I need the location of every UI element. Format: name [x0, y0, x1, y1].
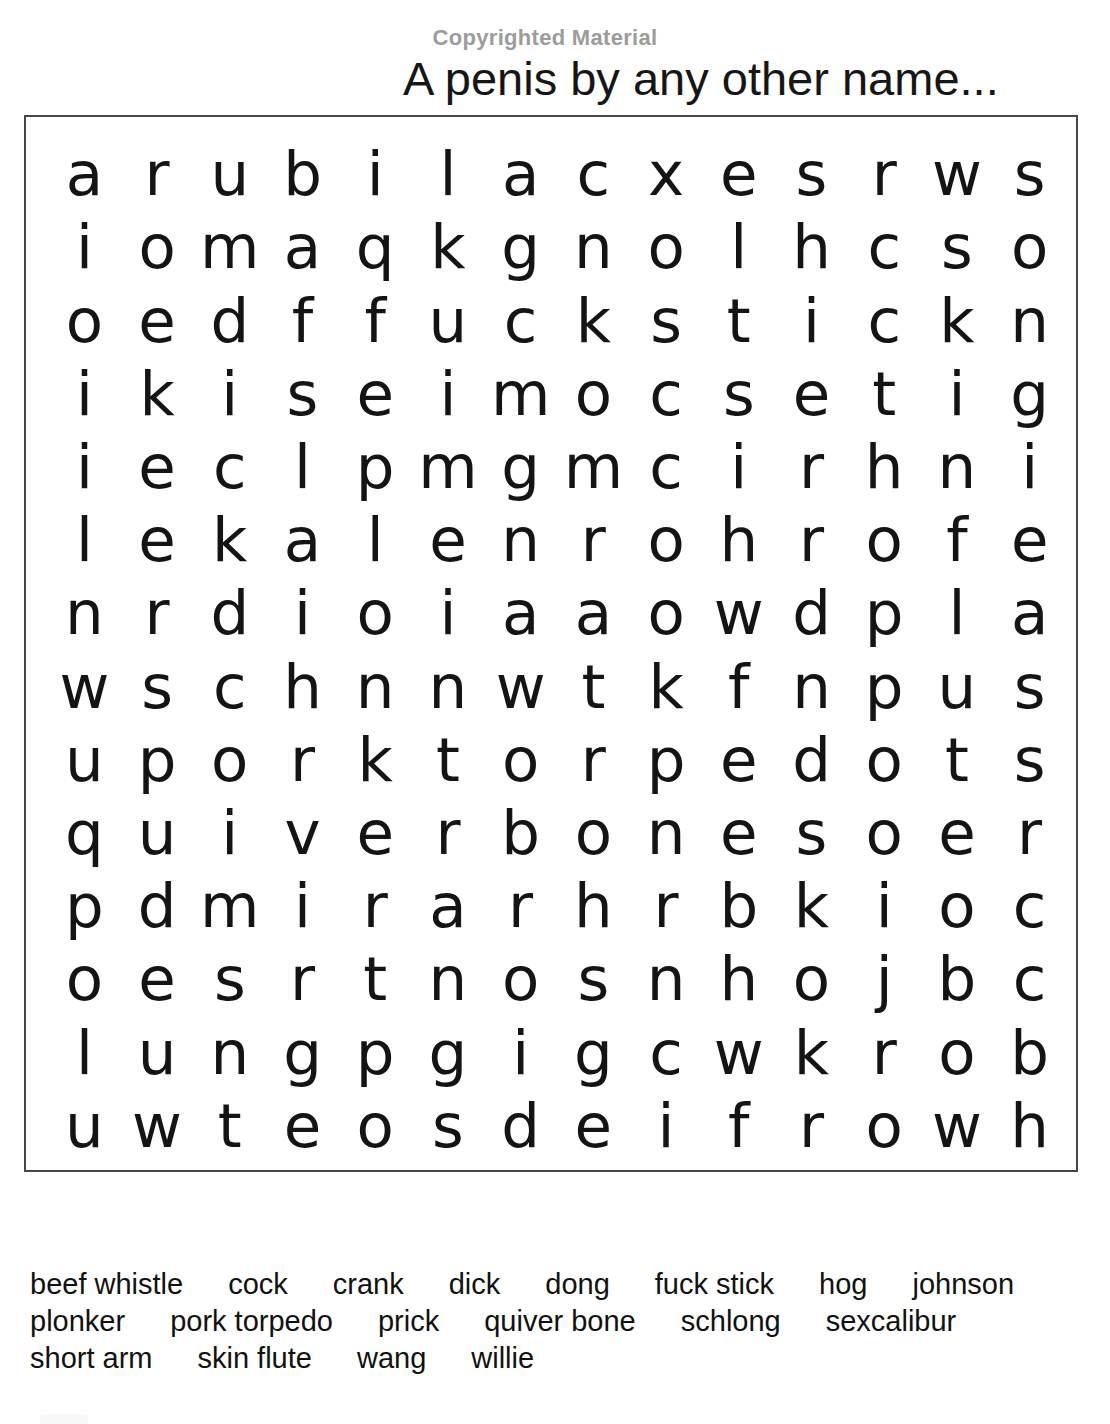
grid-cell[interactable]: s [412, 1089, 485, 1162]
scan-artifact [40, 1414, 88, 1424]
word-list-line: short armskin flutewangwillie [30, 1340, 1059, 1377]
word-list-item: fuck stick [655, 1266, 774, 1303]
grid-cell[interactable]: v [266, 796, 339, 869]
grid-cell[interactable]: g [266, 1016, 339, 1089]
grid-cell[interactable]: o [339, 576, 412, 649]
grid-cell[interactable]: g [993, 357, 1066, 430]
word-list-item: johnson [912, 1266, 1014, 1303]
grid-cell[interactable]: s [557, 942, 630, 1015]
grid-cell[interactable]: o [921, 1016, 994, 1089]
word-list-item: pork torpedo [170, 1303, 333, 1340]
grid-cell[interactable]: b [484, 796, 557, 869]
grid-cell[interactable]: l [266, 430, 339, 503]
grid-cell[interactable]: s [775, 796, 848, 869]
grid-cell[interactable]: i [921, 357, 994, 430]
grid-cell[interactable]: i [48, 210, 121, 283]
grid-cell[interactable]: c [630, 430, 703, 503]
grid-cell[interactable]: b [266, 137, 339, 210]
word-list-item: prick [378, 1303, 439, 1340]
grid-cell[interactable]: b [921, 942, 994, 1015]
grid-cell[interactable]: o [630, 210, 703, 283]
grid-cell[interactable]: h [848, 430, 921, 503]
grid-cell[interactable]: r [775, 503, 848, 576]
grid-cell[interactable]: w [921, 137, 994, 210]
word-list-item: cock [228, 1266, 288, 1303]
grid-cell[interactable]: e [121, 942, 194, 1015]
grid-cell[interactable]: k [775, 869, 848, 942]
grid-cell[interactable]: r [848, 1016, 921, 1089]
grid-cell[interactable]: k [921, 283, 994, 356]
grid-cell[interactable]: i [412, 576, 485, 649]
word-list-line: beef whistlecockcrankdickdongfuck stickh… [30, 1266, 1059, 1303]
grid-cell[interactable]: d [121, 869, 194, 942]
grid-cell[interactable]: i [630, 1089, 703, 1162]
grid-cell[interactable]: o [993, 210, 1066, 283]
grid-cell[interactable]: p [848, 576, 921, 649]
grid-cell[interactable]: r [993, 796, 1066, 869]
grid-cell[interactable]: p [339, 1016, 412, 1089]
grid-cell[interactable]: t [848, 357, 921, 430]
word-list: beef whistlecockcrankdickdongfuck stickh… [30, 1266, 1059, 1377]
grid-cell[interactable]: o [339, 1089, 412, 1162]
grid-cell[interactable]: s [266, 357, 339, 430]
grid-cell[interactable]: e [921, 796, 994, 869]
grid-cell[interactable]: a [266, 210, 339, 283]
grid-cell[interactable]: s [775, 137, 848, 210]
grid-cell[interactable]: l [921, 576, 994, 649]
grid-cell[interactable]: e [702, 796, 775, 869]
grid-cell[interactable]: a [48, 137, 121, 210]
word-search-board: arubilacxesrwsiomaqkgnolhcsooedffuckstic… [24, 115, 1078, 1172]
grid-cell[interactable]: s [702, 357, 775, 430]
grid-cell[interactable]: u [48, 723, 121, 796]
grid-cell[interactable]: s [921, 210, 994, 283]
grid-cell[interactable]: k [630, 650, 703, 723]
grid-cell[interactable]: l [702, 210, 775, 283]
grid-cell[interactable]: k [193, 503, 266, 576]
grid-cell[interactable]: s [193, 942, 266, 1015]
grid-cell[interactable]: n [484, 503, 557, 576]
grid-cell[interactable]: e [121, 430, 194, 503]
grid-cell[interactable]: e [339, 796, 412, 869]
grid-cell[interactable]: r [484, 869, 557, 942]
grid-cell[interactable]: i [193, 357, 266, 430]
grid-cell[interactable]: o [921, 869, 994, 942]
grid-cell[interactable]: p [48, 869, 121, 942]
grid-cell[interactable]: o [48, 942, 121, 1015]
grid-cell[interactable]: u [193, 137, 266, 210]
grid-cell[interactable]: l [48, 503, 121, 576]
grid-cell[interactable]: f [921, 503, 994, 576]
grid-cell[interactable]: e [557, 1089, 630, 1162]
grid-cell[interactable]: p [121, 723, 194, 796]
grid-cell[interactable]: d [775, 723, 848, 796]
grid-cell[interactable]: s [121, 650, 194, 723]
grid-cell[interactable]: c [557, 137, 630, 210]
grid-cell[interactable]: e [702, 137, 775, 210]
grid-cell[interactable]: t [193, 1089, 266, 1162]
grid-cell[interactable]: c [993, 869, 1066, 942]
grid-cell[interactable]: k [557, 283, 630, 356]
grid-cell[interactable]: m [484, 357, 557, 430]
grid-cell[interactable]: o [48, 283, 121, 356]
grid-cell[interactable]: u [921, 650, 994, 723]
grid-cell[interactable]: h [266, 650, 339, 723]
grid-cell[interactable]: d [775, 576, 848, 649]
grid-cell[interactable]: m [412, 430, 485, 503]
grid-cell[interactable]: o [484, 723, 557, 796]
grid-cell[interactable]: f [702, 650, 775, 723]
grid-cell[interactable]: s [630, 283, 703, 356]
grid-cell[interactable]: c [193, 650, 266, 723]
word-list-item: quiver bone [484, 1303, 636, 1340]
grid-cell[interactable]: o [848, 1089, 921, 1162]
grid-cell[interactable]: i [266, 869, 339, 942]
grid-cell[interactable]: h [775, 210, 848, 283]
grid-cell[interactable]: c [630, 1016, 703, 1089]
grid-cell[interactable]: o [775, 942, 848, 1015]
grid-cell[interactable]: a [557, 576, 630, 649]
grid-cell[interactable]: o [630, 503, 703, 576]
word-list-item: beef whistle [30, 1266, 183, 1303]
grid-cell[interactable]: i [48, 357, 121, 430]
grid-cell[interactable]: o [848, 796, 921, 869]
grid-cell[interactable]: q [48, 796, 121, 869]
word-list-item: short arm [30, 1340, 152, 1377]
grid-cell[interactable]: l [339, 503, 412, 576]
grid-cell[interactable]: u [412, 283, 485, 356]
grid-cell[interactable]: p [339, 430, 412, 503]
grid-cell[interactable]: i [339, 137, 412, 210]
grid-cell[interactable]: u [121, 796, 194, 869]
grid-cell[interactable]: w [48, 650, 121, 723]
grid-cell[interactable]: f [702, 1089, 775, 1162]
grid-cell[interactable]: n [921, 430, 994, 503]
grid-cell[interactable]: s [993, 723, 1066, 796]
grid-cell[interactable]: d [193, 283, 266, 356]
word-list-item: crank [333, 1266, 404, 1303]
grid-cell[interactable]: r [775, 430, 848, 503]
grid-cell[interactable]: e [266, 1089, 339, 1162]
grid-cell[interactable]: i [193, 796, 266, 869]
grid-cell[interactable]: e [412, 503, 485, 576]
grid-cell[interactable]: a [266, 503, 339, 576]
grid-cell[interactable]: k [775, 1016, 848, 1089]
grid-cell[interactable]: r [339, 869, 412, 942]
word-list-item: hog [819, 1266, 867, 1303]
grid-cell[interactable]: n [412, 942, 485, 1015]
grid-cell[interactable]: k [412, 210, 485, 283]
word-list-item: schlong [681, 1303, 781, 1340]
grid-cell[interactable]: r [121, 137, 194, 210]
grid-cell[interactable]: r [557, 723, 630, 796]
grid-cell[interactable]: c [993, 942, 1066, 1015]
grid-cell[interactable]: n [630, 796, 703, 869]
grid-cell[interactable]: c [848, 210, 921, 283]
grid-cell[interactable]: o [848, 723, 921, 796]
grid-cell[interactable]: n [775, 650, 848, 723]
grid-cell[interactable]: u [121, 1016, 194, 1089]
grid-cell[interactable]: c [193, 430, 266, 503]
grid-cell[interactable]: i [412, 357, 485, 430]
word-list-item: dick [449, 1266, 501, 1303]
grid-cell[interactable]: u [48, 1089, 121, 1162]
grid-cell[interactable]: i [848, 869, 921, 942]
grid-cell[interactable]: c [848, 283, 921, 356]
grid-cell[interactable]: e [993, 503, 1066, 576]
grid-cell[interactable]: i [775, 283, 848, 356]
grid-cell[interactable]: i [484, 1016, 557, 1089]
grid-cell[interactable]: c [484, 283, 557, 356]
grid-cell[interactable]: r [412, 796, 485, 869]
grid-cell[interactable]: r [557, 503, 630, 576]
grid-cell[interactable]: k [339, 723, 412, 796]
grid-cell[interactable]: w [702, 576, 775, 649]
grid-cell[interactable]: a [484, 576, 557, 649]
grid-cell[interactable]: x [630, 137, 703, 210]
grid-cell[interactable]: a [484, 137, 557, 210]
grid-cell[interactable]: n [557, 210, 630, 283]
grid-cell[interactable]: f [266, 283, 339, 356]
grid-cell[interactable]: c [630, 357, 703, 430]
grid-cell[interactable]: i [266, 576, 339, 649]
grid-cell[interactable]: m [193, 869, 266, 942]
grid-cell[interactable]: a [412, 869, 485, 942]
grid-cell[interactable]: n [339, 650, 412, 723]
grid-cell[interactable]: s [993, 137, 1066, 210]
grid-cell[interactable]: b [993, 1016, 1066, 1089]
grid-cell[interactable]: i [48, 430, 121, 503]
grid-cell[interactable]: m [557, 430, 630, 503]
grid-cell[interactable]: e [339, 357, 412, 430]
grid-cell[interactable]: e [121, 283, 194, 356]
grid-cell[interactable]: w [921, 1089, 994, 1162]
grid-cell[interactable]: k [121, 357, 194, 430]
grid-cell[interactable]: b [702, 869, 775, 942]
grid-cell[interactable]: g [484, 210, 557, 283]
grid-cell[interactable]: r [630, 869, 703, 942]
word-list-item: willie [471, 1340, 534, 1377]
grid-cell[interactable]: h [557, 869, 630, 942]
grid-cell[interactable]: e [121, 503, 194, 576]
grid-cell[interactable]: q [339, 210, 412, 283]
grid-cell[interactable]: h [702, 942, 775, 1015]
word-list-item: sexcalibur [826, 1303, 957, 1340]
grid-cell[interactable]: e [775, 357, 848, 430]
word-list-item: wang [357, 1340, 426, 1377]
grid-cell[interactable]: r [266, 942, 339, 1015]
grid-cell[interactable]: d [484, 1089, 557, 1162]
grid-cell[interactable]: g [557, 1016, 630, 1089]
grid-cell[interactable]: g [412, 1016, 485, 1089]
grid-cell[interactable]: i [993, 430, 1066, 503]
page-title: A penis by any other name... [403, 51, 999, 106]
grid-cell[interactable]: o [557, 796, 630, 869]
grid-cell[interactable]: o [557, 357, 630, 430]
letter-grid: arubilacxesrwsiomaqkgnolhcsooedffuckstic… [26, 117, 1076, 1170]
grid-cell[interactable]: n [993, 283, 1066, 356]
grid-cell[interactable]: f [339, 283, 412, 356]
grid-cell[interactable]: j [848, 942, 921, 1015]
grid-cell[interactable]: o [630, 576, 703, 649]
grid-cell[interactable]: o [193, 723, 266, 796]
grid-cell[interactable]: t [702, 283, 775, 356]
word-list-line: plonkerpork torpedoprickquiver boneschlo… [30, 1303, 1059, 1340]
grid-cell[interactable]: w [702, 1016, 775, 1089]
grid-cell[interactable]: t [412, 723, 485, 796]
grid-cell[interactable]: d [193, 576, 266, 649]
grid-cell[interactable]: t [557, 650, 630, 723]
grid-cell[interactable]: w [484, 650, 557, 723]
grid-cell[interactable]: p [848, 650, 921, 723]
grid-cell[interactable]: p [630, 723, 703, 796]
grid-cell[interactable]: t [921, 723, 994, 796]
grid-cell[interactable]: n [630, 942, 703, 1015]
grid-cell[interactable]: l [412, 137, 485, 210]
grid-cell[interactable]: e [702, 723, 775, 796]
grid-cell[interactable]: l [48, 1016, 121, 1089]
grid-cell[interactable]: n [193, 1016, 266, 1089]
grid-cell[interactable]: t [339, 942, 412, 1015]
grid-cell[interactable]: a [993, 576, 1066, 649]
grid-cell[interactable]: o [484, 942, 557, 1015]
word-list-item: plonker [30, 1303, 125, 1340]
grid-cell[interactable]: r [266, 723, 339, 796]
grid-cell[interactable]: r [848, 137, 921, 210]
copyright-notice: Copyrighted Material [0, 25, 1090, 51]
grid-cell[interactable]: n [412, 650, 485, 723]
grid-cell[interactable]: o [121, 210, 194, 283]
grid-cell[interactable]: g [484, 430, 557, 503]
word-list-item: dong [545, 1266, 610, 1303]
grid-cell[interactable]: r [775, 1089, 848, 1162]
grid-cell[interactable]: h [702, 503, 775, 576]
grid-cell[interactable]: h [993, 1089, 1066, 1162]
grid-cell[interactable]: o [848, 503, 921, 576]
grid-cell[interactable]: n [48, 576, 121, 649]
grid-cell[interactable]: r [121, 576, 194, 649]
word-list-item: skin flute [197, 1340, 311, 1377]
grid-cell[interactable]: w [121, 1089, 194, 1162]
grid-cell[interactable]: m [193, 210, 266, 283]
grid-cell[interactable]: i [702, 430, 775, 503]
grid-cell[interactable]: s [993, 650, 1066, 723]
